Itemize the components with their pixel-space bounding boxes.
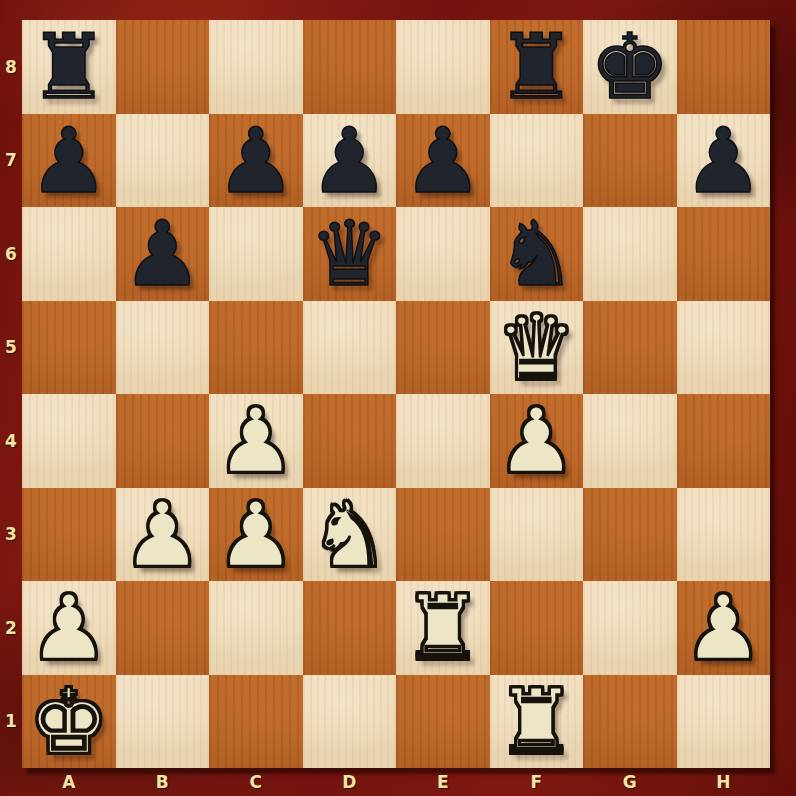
rank-label-5: 5: [0, 301, 22, 395]
square-h2[interactable]: ♟: [677, 581, 771, 675]
square-f8[interactable]: ♜: [490, 20, 584, 114]
rank-label-4: 4: [0, 394, 22, 488]
square-g1[interactable]: [583, 675, 677, 769]
rank-labels: 87654321: [0, 20, 22, 768]
square-b6[interactable]: ♟: [116, 207, 210, 301]
square-c3[interactable]: ♟: [209, 488, 303, 582]
piece-black-rook-f8[interactable]: ♜: [496, 20, 577, 113]
square-h3[interactable]: [677, 488, 771, 582]
square-g8[interactable]: ♚: [583, 20, 677, 114]
piece-black-rook-a8[interactable]: ♜: [28, 20, 109, 113]
square-a1[interactable]: ♚: [22, 675, 116, 769]
piece-white-pawn-a2[interactable]: ♟: [28, 581, 109, 674]
square-e5[interactable]: [396, 301, 490, 395]
square-a3[interactable]: [22, 488, 116, 582]
piece-black-pawn-b6[interactable]: ♟: [122, 207, 203, 300]
piece-white-king-a1[interactable]: ♚: [28, 675, 109, 768]
square-f3[interactable]: [490, 488, 584, 582]
piece-black-king-g8[interactable]: ♚: [589, 20, 670, 113]
file-label-h: H: [677, 768, 771, 796]
square-e3[interactable]: [396, 488, 490, 582]
square-a8[interactable]: ♜: [22, 20, 116, 114]
square-g5[interactable]: [583, 301, 677, 395]
square-c4[interactable]: ♟: [209, 394, 303, 488]
square-c5[interactable]: [209, 301, 303, 395]
square-f2[interactable]: [490, 581, 584, 675]
square-g3[interactable]: [583, 488, 677, 582]
square-a4[interactable]: [22, 394, 116, 488]
square-d6[interactable]: ♛: [303, 207, 397, 301]
file-label-a: A: [22, 768, 116, 796]
square-d1[interactable]: [303, 675, 397, 769]
square-a6[interactable]: [22, 207, 116, 301]
square-h1[interactable]: [677, 675, 771, 769]
piece-white-pawn-c4[interactable]: ♟: [215, 394, 296, 487]
square-f1[interactable]: ♜: [490, 675, 584, 769]
square-d5[interactable]: [303, 301, 397, 395]
square-e8[interactable]: [396, 20, 490, 114]
piece-black-pawn-a7[interactable]: ♟: [28, 114, 109, 207]
file-label-g: G: [583, 768, 677, 796]
rank-label-8: 8: [0, 20, 22, 114]
square-h6[interactable]: [677, 207, 771, 301]
file-label-c: C: [209, 768, 303, 796]
piece-white-knight-d3[interactable]: ♞: [309, 488, 390, 581]
square-f7[interactable]: [490, 114, 584, 208]
piece-black-queen-d6[interactable]: ♛: [309, 207, 390, 300]
piece-white-pawn-f4[interactable]: ♟: [496, 394, 577, 487]
piece-black-pawn-c7[interactable]: ♟: [215, 114, 296, 207]
square-d4[interactable]: [303, 394, 397, 488]
square-d2[interactable]: [303, 581, 397, 675]
chess-diagram-frame: 87654321 ♜♜♚♟♟♟♟♟♟♛♞♛♟♟♟♟♞♟♜♟♚♜ ABCDEFGH: [0, 0, 796, 796]
piece-white-rook-e2[interactable]: ♜: [402, 581, 483, 674]
square-h7[interactable]: ♟: [677, 114, 771, 208]
square-f6[interactable]: ♞: [490, 207, 584, 301]
piece-white-pawn-b3[interactable]: ♟: [122, 488, 203, 581]
file-label-d: D: [303, 768, 397, 796]
rank-label-2: 2: [0, 581, 22, 675]
square-d7[interactable]: ♟: [303, 114, 397, 208]
file-label-b: B: [116, 768, 210, 796]
square-b1[interactable]: [116, 675, 210, 769]
square-g4[interactable]: [583, 394, 677, 488]
square-d8[interactable]: [303, 20, 397, 114]
piece-black-knight-f6[interactable]: ♞: [496, 207, 577, 300]
rank-label-3: 3: [0, 488, 22, 582]
piece-white-rook-f1[interactable]: ♜: [496, 675, 577, 768]
square-d3[interactable]: ♞: [303, 488, 397, 582]
piece-white-pawn-c3[interactable]: ♟: [215, 488, 296, 581]
chess-board: ♜♜♚♟♟♟♟♟♟♛♞♛♟♟♟♟♞♟♜♟♚♜: [22, 20, 770, 768]
square-c7[interactable]: ♟: [209, 114, 303, 208]
file-labels: ABCDEFGH: [22, 768, 770, 796]
square-a2[interactable]: ♟: [22, 581, 116, 675]
square-c8[interactable]: [209, 20, 303, 114]
square-f4[interactable]: ♟: [490, 394, 584, 488]
square-c1[interactable]: [209, 675, 303, 769]
square-b7[interactable]: [116, 114, 210, 208]
square-a7[interactable]: ♟: [22, 114, 116, 208]
square-c2[interactable]: [209, 581, 303, 675]
square-b3[interactable]: ♟: [116, 488, 210, 582]
file-label-e: E: [396, 768, 490, 796]
square-e2[interactable]: ♜: [396, 581, 490, 675]
square-e6[interactable]: [396, 207, 490, 301]
square-h4[interactable]: [677, 394, 771, 488]
square-b2[interactable]: [116, 581, 210, 675]
piece-white-pawn-h2[interactable]: ♟: [683, 581, 764, 674]
square-b4[interactable]: [116, 394, 210, 488]
square-c6[interactable]: [209, 207, 303, 301]
piece-white-queen-f5[interactable]: ♛: [496, 301, 577, 394]
rank-label-1: 1: [0, 675, 22, 769]
square-f5[interactable]: ♛: [490, 301, 584, 395]
square-a5[interactable]: [22, 301, 116, 395]
square-b5[interactable]: [116, 301, 210, 395]
square-b8[interactable]: [116, 20, 210, 114]
rank-label-6: 6: [0, 207, 22, 301]
piece-black-pawn-h7[interactable]: ♟: [683, 114, 764, 207]
square-g2[interactable]: [583, 581, 677, 675]
file-label-f: F: [490, 768, 584, 796]
square-h8[interactable]: [677, 20, 771, 114]
rank-label-7: 7: [0, 114, 22, 208]
piece-black-pawn-d7[interactable]: ♟: [309, 114, 390, 207]
square-h5[interactable]: [677, 301, 771, 395]
square-e4[interactable]: [396, 394, 490, 488]
square-e7[interactable]: ♟: [396, 114, 490, 208]
square-g6[interactable]: [583, 207, 677, 301]
piece-black-pawn-e7[interactable]: ♟: [402, 114, 483, 207]
square-g7[interactable]: [583, 114, 677, 208]
square-e1[interactable]: [396, 675, 490, 769]
